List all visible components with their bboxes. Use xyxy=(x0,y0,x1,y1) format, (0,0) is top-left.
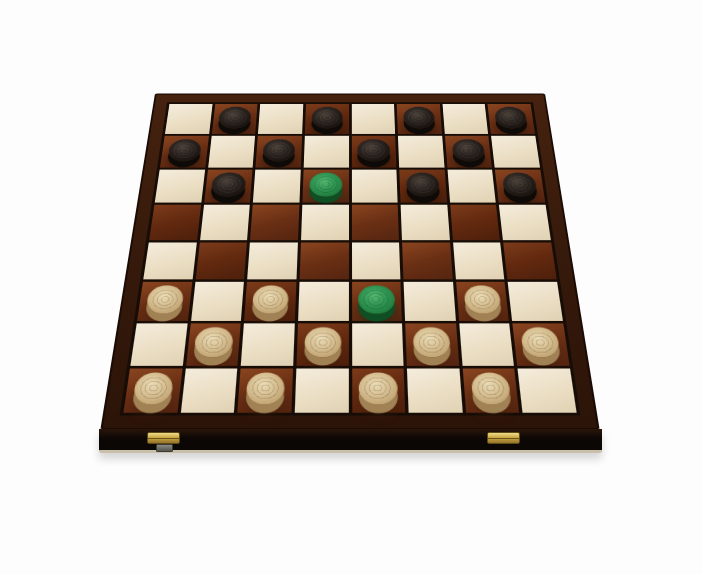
square-a5[interactable] xyxy=(149,205,201,240)
piece-light-man[interactable] xyxy=(132,372,174,404)
piece-light-man[interactable] xyxy=(520,328,561,358)
square-c1[interactable] xyxy=(238,368,293,413)
square-e5[interactable] xyxy=(351,205,399,240)
square-e2[interactable] xyxy=(352,324,404,366)
square-f3[interactable] xyxy=(404,282,456,321)
square-d5[interactable] xyxy=(301,205,349,240)
square-f5[interactable] xyxy=(401,205,450,240)
square-d1[interactable] xyxy=(295,368,349,413)
square-d3[interactable] xyxy=(298,282,349,321)
square-e8[interactable] xyxy=(351,104,395,134)
square-d7[interactable] xyxy=(304,136,349,167)
square-b3[interactable] xyxy=(191,282,244,321)
brass-hinge-right xyxy=(487,432,520,444)
piece-light-man[interactable] xyxy=(463,285,501,313)
piece-green-man-dark-side[interactable] xyxy=(309,173,342,197)
square-b4[interactable] xyxy=(195,242,247,279)
piece-light-man[interactable] xyxy=(246,372,286,404)
piece-dark-man[interactable] xyxy=(451,139,485,162)
square-h5[interactable] xyxy=(499,205,551,240)
square-d2[interactable] xyxy=(296,324,348,366)
square-e3[interactable] xyxy=(352,282,403,321)
piece-dark-man[interactable] xyxy=(358,139,390,162)
square-f8[interactable] xyxy=(397,104,442,134)
square-h8[interactable] xyxy=(488,104,535,134)
square-g6[interactable] xyxy=(447,169,496,202)
square-c8[interactable] xyxy=(258,104,303,134)
piece-dark-man[interactable] xyxy=(211,173,246,197)
square-a4[interactable] xyxy=(143,242,196,279)
brass-hinge-left xyxy=(147,432,180,444)
square-c7[interactable] xyxy=(256,136,302,167)
square-f1[interactable] xyxy=(407,368,462,413)
square-e1[interactable] xyxy=(352,368,406,413)
piece-dark-man[interactable] xyxy=(502,173,538,197)
piece-light-man[interactable] xyxy=(470,372,511,404)
square-c3[interactable] xyxy=(244,282,296,321)
square-b6[interactable] xyxy=(204,169,253,202)
piece-dark-man[interactable] xyxy=(218,107,251,128)
square-b8[interactable] xyxy=(212,104,258,134)
square-b5[interactable] xyxy=(200,205,250,240)
piece-dark-man[interactable] xyxy=(406,173,440,197)
square-d6[interactable] xyxy=(302,169,348,202)
clasp-latch xyxy=(156,444,173,452)
board-grid xyxy=(120,102,581,415)
square-a1[interactable] xyxy=(123,368,182,413)
square-f2[interactable] xyxy=(405,324,459,366)
piece-dark-man[interactable] xyxy=(311,107,343,128)
square-g7[interactable] xyxy=(445,136,492,167)
square-b7[interactable] xyxy=(208,136,255,167)
square-h6[interactable] xyxy=(495,169,545,202)
square-f7[interactable] xyxy=(398,136,444,167)
square-a6[interactable] xyxy=(155,169,205,202)
piece-dark-man[interactable] xyxy=(167,139,202,162)
square-f4[interactable] xyxy=(402,242,452,279)
square-e6[interactable] xyxy=(351,169,397,202)
square-g4[interactable] xyxy=(453,242,505,279)
square-b2[interactable] xyxy=(186,324,241,366)
piece-green-man-light-side[interactable] xyxy=(358,285,394,313)
checkers-board xyxy=(100,93,599,430)
square-a3[interactable] xyxy=(137,282,192,321)
square-c5[interactable] xyxy=(250,205,299,240)
board-box-front-edge xyxy=(99,429,602,453)
square-h3[interactable] xyxy=(508,282,563,321)
piece-light-man[interactable] xyxy=(145,285,184,313)
piece-dark-man[interactable] xyxy=(494,107,528,128)
square-a7[interactable] xyxy=(160,136,209,167)
piece-dark-man[interactable] xyxy=(403,107,435,128)
piece-light-man[interactable] xyxy=(359,372,398,404)
square-g2[interactable] xyxy=(459,324,514,366)
square-e7[interactable] xyxy=(351,136,396,167)
square-d4[interactable] xyxy=(299,242,348,279)
square-a2[interactable] xyxy=(130,324,187,366)
square-c4[interactable] xyxy=(247,242,297,279)
piece-light-man[interactable] xyxy=(252,285,289,313)
square-g8[interactable] xyxy=(442,104,488,134)
square-g1[interactable] xyxy=(462,368,519,413)
square-c2[interactable] xyxy=(241,324,295,366)
piece-dark-man[interactable] xyxy=(262,139,295,162)
square-a8[interactable] xyxy=(165,104,212,134)
square-h4[interactable] xyxy=(504,242,557,279)
piece-light-man[interactable] xyxy=(194,328,234,358)
square-b1[interactable] xyxy=(180,368,237,413)
square-h1[interactable] xyxy=(518,368,577,413)
square-f6[interactable] xyxy=(399,169,447,202)
checkers-product-photo xyxy=(0,0,702,574)
square-g5[interactable] xyxy=(450,205,500,240)
square-h7[interactable] xyxy=(491,136,540,167)
square-g3[interactable] xyxy=(456,282,509,321)
square-h2[interactable] xyxy=(513,324,570,366)
square-e4[interactable] xyxy=(352,242,401,279)
square-c6[interactable] xyxy=(253,169,301,202)
piece-light-man[interactable] xyxy=(413,328,452,358)
square-d8[interactable] xyxy=(305,104,349,134)
piece-light-man[interactable] xyxy=(304,328,341,358)
